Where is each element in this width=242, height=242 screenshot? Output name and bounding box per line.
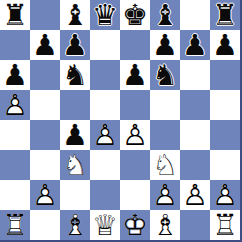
white-pawn[interactable]: ♟♙ xyxy=(120,120,150,150)
piece-glyph: ♟ xyxy=(120,60,150,90)
square-h1[interactable]: ♜♖ xyxy=(210,210,240,240)
square-f1[interactable]: ♝♗ xyxy=(150,210,180,240)
piece-glyph: ♜ xyxy=(210,0,240,30)
white-bishop[interactable]: ♝♗ xyxy=(150,210,180,240)
black-bishop[interactable]: ♝ xyxy=(60,0,90,30)
piece-glyph-outline: ♖ xyxy=(210,210,240,240)
piece-glyph: ♟ xyxy=(60,120,90,150)
square-c4[interactable]: ♟ xyxy=(60,120,90,150)
square-b8[interactable] xyxy=(30,0,60,30)
black-pawn[interactable]: ♟ xyxy=(210,30,240,60)
square-b2[interactable]: ♟♙ xyxy=(30,180,60,210)
piece-glyph-outline: ♙ xyxy=(0,90,30,120)
square-b5[interactable] xyxy=(30,90,60,120)
piece-glyph: ♟ xyxy=(0,60,30,90)
white-king[interactable]: ♚♔ xyxy=(120,210,150,240)
square-a7[interactable] xyxy=(0,30,30,60)
square-c1[interactable]: ♝♗ xyxy=(60,210,90,240)
piece-glyph: ♟ xyxy=(30,30,60,60)
white-pawn[interactable]: ♟♙ xyxy=(0,90,30,120)
piece-glyph-outline: ♙ xyxy=(90,120,120,150)
white-rook[interactable]: ♜♖ xyxy=(0,210,30,240)
white-pawn[interactable]: ♟♙ xyxy=(90,120,120,150)
piece-glyph-outline: ♕ xyxy=(90,210,120,240)
white-queen[interactable]: ♛♕ xyxy=(90,210,120,240)
black-rook[interactable]: ♜ xyxy=(210,0,240,30)
square-e7[interactable] xyxy=(120,30,150,60)
square-f5[interactable] xyxy=(150,90,180,120)
piece-glyph: ♞ xyxy=(150,60,180,90)
square-h7[interactable]: ♟ xyxy=(210,30,240,60)
square-h5[interactable] xyxy=(210,90,240,120)
square-a5[interactable]: ♟♙ xyxy=(0,90,30,120)
square-b6[interactable] xyxy=(30,60,60,90)
square-d7[interactable] xyxy=(90,30,120,60)
piece-glyph: ♝ xyxy=(60,0,90,30)
square-c7[interactable]: ♟ xyxy=(60,30,90,60)
piece-glyph-outline: ♖ xyxy=(0,210,30,240)
square-g3[interactable] xyxy=(180,150,210,180)
piece-glyph: ♝ xyxy=(150,0,180,30)
black-knight[interactable]: ♞ xyxy=(150,60,180,90)
square-e2[interactable] xyxy=(120,180,150,210)
square-g2[interactable]: ♟♙ xyxy=(180,180,210,210)
square-f3[interactable]: ♞♘ xyxy=(150,150,180,180)
piece-glyph-outline: ♙ xyxy=(30,180,60,210)
square-a2[interactable] xyxy=(0,180,30,210)
piece-glyph-outline: ♗ xyxy=(60,210,90,240)
white-pawn[interactable]: ♟♙ xyxy=(210,180,240,210)
chess-board: ♜♝♛♚♝♜♟♟♟♟♟♟♞♟♞♟♙♟♟♙♟♙♞♘♞♘♟♙♟♙♟♙♟♙♜♖♝♗♛♕… xyxy=(0,0,242,242)
square-f4[interactable] xyxy=(150,120,180,150)
square-h8[interactable]: ♜ xyxy=(210,0,240,30)
square-f7[interactable]: ♟ xyxy=(150,30,180,60)
square-e4[interactable]: ♟♙ xyxy=(120,120,150,150)
square-a4[interactable] xyxy=(0,120,30,150)
black-king[interactable]: ♚ xyxy=(120,0,150,30)
square-c6[interactable]: ♞ xyxy=(60,60,90,90)
square-a6[interactable]: ♟ xyxy=(0,60,30,90)
black-pawn[interactable]: ♟ xyxy=(60,30,90,60)
black-pawn[interactable]: ♟ xyxy=(0,60,30,90)
square-f6[interactable]: ♞ xyxy=(150,60,180,90)
square-e6[interactable]: ♟ xyxy=(120,60,150,90)
black-bishop[interactable]: ♝ xyxy=(150,0,180,30)
square-b7[interactable]: ♟ xyxy=(30,30,60,60)
black-queen[interactable]: ♛ xyxy=(90,0,120,30)
square-b1[interactable] xyxy=(30,210,60,240)
square-c8[interactable]: ♝ xyxy=(60,0,90,30)
square-c2[interactable] xyxy=(60,180,90,210)
square-e8[interactable]: ♚ xyxy=(120,0,150,30)
white-knight[interactable]: ♞♘ xyxy=(150,150,180,180)
black-pawn[interactable]: ♟ xyxy=(30,30,60,60)
square-h6[interactable] xyxy=(210,60,240,90)
square-b3[interactable] xyxy=(30,150,60,180)
square-a3[interactable] xyxy=(0,150,30,180)
square-c3[interactable]: ♞♘ xyxy=(60,150,90,180)
black-rook[interactable]: ♜ xyxy=(0,0,30,30)
white-pawn[interactable]: ♟♙ xyxy=(150,180,180,210)
black-pawn[interactable]: ♟ xyxy=(180,30,210,60)
piece-glyph: ♟ xyxy=(180,30,210,60)
square-h2[interactable]: ♟♙ xyxy=(210,180,240,210)
white-pawn[interactable]: ♟♙ xyxy=(180,180,210,210)
piece-glyph-outline: ♘ xyxy=(60,150,90,180)
square-e1[interactable]: ♚♔ xyxy=(120,210,150,240)
square-d8[interactable]: ♛ xyxy=(90,0,120,30)
piece-glyph-outline: ♗ xyxy=(150,210,180,240)
black-pawn[interactable]: ♟ xyxy=(120,60,150,90)
piece-glyph: ♚ xyxy=(120,0,150,30)
white-pawn[interactable]: ♟♙ xyxy=(30,180,60,210)
square-d2[interactable] xyxy=(90,180,120,210)
square-d6[interactable] xyxy=(90,60,120,90)
piece-glyph: ♟ xyxy=(150,30,180,60)
white-bishop[interactable]: ♝♗ xyxy=(60,210,90,240)
square-g8[interactable] xyxy=(180,0,210,30)
square-h4[interactable] xyxy=(210,120,240,150)
piece-glyph: ♟ xyxy=(210,30,240,60)
black-pawn[interactable]: ♟ xyxy=(60,120,90,150)
square-b4[interactable] xyxy=(30,120,60,150)
piece-glyph-outline: ♔ xyxy=(120,210,150,240)
white-knight[interactable]: ♞♘ xyxy=(60,150,90,180)
square-d5[interactable] xyxy=(90,90,120,120)
piece-glyph: ♛ xyxy=(90,0,120,30)
piece-glyph-outline: ♙ xyxy=(150,180,180,210)
square-g7[interactable]: ♟ xyxy=(180,30,210,60)
piece-glyph: ♜ xyxy=(0,0,30,30)
black-knight[interactable]: ♞ xyxy=(60,60,90,90)
square-g5[interactable] xyxy=(180,90,210,120)
black-pawn[interactable]: ♟ xyxy=(150,30,180,60)
square-g4[interactable] xyxy=(180,120,210,150)
piece-glyph: ♞ xyxy=(60,60,90,90)
piece-glyph: ♟ xyxy=(60,30,90,60)
square-h3[interactable] xyxy=(210,150,240,180)
square-g6[interactable] xyxy=(180,60,210,90)
square-g1[interactable] xyxy=(180,210,210,240)
square-d4[interactable]: ♟♙ xyxy=(90,120,120,150)
square-d1[interactable]: ♛♕ xyxy=(90,210,120,240)
piece-glyph-outline: ♙ xyxy=(120,120,150,150)
piece-glyph-outline: ♙ xyxy=(180,180,210,210)
piece-glyph-outline: ♘ xyxy=(150,150,180,180)
square-d3[interactable] xyxy=(90,150,120,180)
square-a1[interactable]: ♜♖ xyxy=(0,210,30,240)
square-e3[interactable] xyxy=(120,150,150,180)
square-a8[interactable]: ♜ xyxy=(0,0,30,30)
white-rook[interactable]: ♜♖ xyxy=(210,210,240,240)
square-e5[interactable] xyxy=(120,90,150,120)
square-f8[interactable]: ♝ xyxy=(150,0,180,30)
square-f2[interactable]: ♟♙ xyxy=(150,180,180,210)
piece-glyph-outline: ♙ xyxy=(210,180,240,210)
square-c5[interactable] xyxy=(60,90,90,120)
